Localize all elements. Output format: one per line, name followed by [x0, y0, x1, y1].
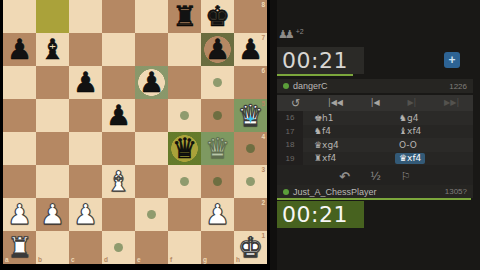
white-queen[interactable]: ♛ [201, 132, 234, 165]
square-g8[interactable]: ♚ [201, 0, 234, 33]
chess-board[interactable]: ♜♚8♟♝♟♟7♟♟6♟♛5♛♛4♝3♟♟♟♟2♜abcdefg♚h1 [3, 0, 267, 264]
square-d4[interactable] [102, 132, 135, 165]
black-move[interactable]: ♞g4 [388, 112, 473, 123]
player-time-bar [277, 198, 471, 200]
square-c3[interactable] [69, 165, 102, 198]
square-b3[interactable] [36, 165, 69, 198]
square-e6[interactable]: ♟ [135, 66, 168, 99]
player-name: Just_A_ChessPlayer [293, 187, 377, 197]
square-e4[interactable] [135, 132, 168, 165]
game-actions-bar: ↶ ½ ⚐ [277, 165, 473, 187]
plus-icon: + [448, 53, 455, 67]
last-move-highlight [36, 0, 69, 33]
black-pawn[interactable]: ♟ [135, 66, 168, 99]
square-b5[interactable] [36, 99, 69, 132]
square-b2[interactable]: ♟ [36, 198, 69, 231]
file-label: c [71, 256, 75, 263]
resign-flag-icon[interactable]: ⚐ [401, 171, 411, 182]
square-d5[interactable]: ♟ [102, 99, 135, 132]
file-label: h [236, 256, 240, 263]
square-g4[interactable]: ♛ [201, 132, 234, 165]
opponent-player-bar[interactable]: dangerC 1226 [277, 79, 473, 93]
white-move[interactable]: ♚h1 [303, 112, 388, 123]
square-f3[interactable] [168, 165, 201, 198]
square-h7[interactable]: ♟7 [234, 33, 267, 66]
player-bar[interactable]: Just_A_ChessPlayer 1305? [277, 185, 473, 198]
move-list: 16 ♚h1 ♞g4 17 ♞f4 ♝xf4 18 ♛xg4 O-O 19 ♜x… [277, 111, 473, 165]
move-number: 16 [277, 111, 303, 125]
online-dot [283, 83, 289, 89]
square-g1[interactable]: g [201, 231, 234, 264]
square-d8[interactable] [102, 0, 135, 33]
square-h2[interactable]: 2 [234, 198, 267, 231]
rank-label: 2 [261, 199, 265, 206]
move-row: 19 ♜xf4 ♛xf4 [277, 152, 473, 166]
online-dot [283, 189, 289, 195]
square-d2[interactable] [102, 198, 135, 231]
move-number: 19 [277, 152, 303, 166]
give-more-time-button[interactable]: + [444, 52, 460, 68]
opponent-clock-time: 00:21 [282, 48, 348, 73]
square-c1[interactable]: c [69, 231, 102, 264]
game-screen: ♜♚8♟♝♟♟7♟♟6♟♛5♛♛4♝3♟♟♟♟2♜abcdefg♚h1 ♟♟ +… [0, 0, 480, 270]
square-f4[interactable]: ♛ [168, 132, 201, 165]
white-pawn[interactable]: ♟ [201, 198, 234, 231]
square-c7[interactable] [69, 33, 102, 66]
square-b7[interactable]: ♝ [36, 33, 69, 66]
move-number: 18 [277, 138, 303, 152]
file-label: g [203, 256, 207, 263]
square-d1[interactable]: d [102, 231, 135, 264]
square-c2[interactable]: ♟ [69, 198, 102, 231]
square-e3[interactable] [135, 165, 168, 198]
square-a7[interactable]: ♟ [3, 33, 36, 66]
rank-label: 4 [261, 133, 265, 140]
square-e1[interactable]: e [135, 231, 168, 264]
next-move-icon[interactable]: ▶| [407, 99, 416, 107]
square-e7[interactable] [135, 33, 168, 66]
flip-board-icon[interactable]: ↺ [291, 98, 300, 109]
square-b4[interactable] [36, 132, 69, 165]
square-e8[interactable] [135, 0, 168, 33]
square-a4[interactable] [3, 132, 36, 165]
square-c6[interactable]: ♟ [69, 66, 102, 99]
player-clock-time: 00:21 [282, 202, 348, 227]
opponent-name: dangerC [293, 81, 328, 91]
square-b1[interactable]: b [36, 231, 69, 264]
sidebar: ♟♟ +2 00:21 + dangerC 1226 ↺ |◀◀ |◀ ▶| ▶… [270, 0, 480, 270]
opponent-clock: 00:21 [277, 47, 364, 74]
move-dest-dot [246, 177, 255, 186]
square-a8[interactable] [3, 0, 36, 33]
square-g3[interactable] [201, 165, 234, 198]
square-g2[interactable]: ♟ [201, 198, 234, 231]
square-h3[interactable]: 3 [234, 165, 267, 198]
square-h8[interactable]: 8 [234, 0, 267, 33]
move-dest-dot [180, 177, 189, 186]
square-d3[interactable]: ♝ [102, 165, 135, 198]
file-label: b [38, 256, 42, 263]
move-navigation-bar: ↺ |◀◀ |◀ ▶| ▶▶| [277, 95, 473, 111]
previous-move-icon[interactable]: |◀ [371, 99, 380, 107]
square-g5[interactable] [201, 99, 234, 132]
white-pawn[interactable]: ♟ [69, 198, 102, 231]
black-move[interactable]: ♝xf4 [388, 126, 473, 137]
black-pawn[interactable]: ♟ [3, 33, 36, 66]
rank-label: 3 [261, 166, 265, 173]
square-a3[interactable] [3, 165, 36, 198]
move-dest-dot [147, 210, 156, 219]
last-move-icon[interactable]: ▶▶| [444, 99, 459, 107]
black-rook[interactable]: ♜ [168, 0, 201, 33]
black-pawn[interactable]: ♟ [201, 33, 234, 66]
rank-label: 6 [261, 67, 265, 74]
rank-label: 8 [261, 1, 265, 8]
square-f7[interactable] [168, 33, 201, 66]
move-dest-dot [213, 78, 222, 87]
square-f1[interactable]: f [168, 231, 201, 264]
black-bishop[interactable]: ♝ [36, 33, 69, 66]
square-h5[interactable]: ♛5 [234, 99, 267, 132]
white-pawn[interactable]: ♟ [36, 198, 69, 231]
square-a2[interactable]: ♟ [3, 198, 36, 231]
move-row: 17 ♞f4 ♝xf4 [277, 125, 473, 139]
spectators-count: +2 [296, 28, 304, 35]
move-row: 18 ♛xg4 O-O [277, 138, 473, 152]
spectators-icon: ♟♟ [278, 28, 292, 41]
square-a6[interactable] [3, 66, 36, 99]
move-row: 16 ♚h1 ♞g4 [277, 111, 473, 125]
move-dest-dot [213, 111, 222, 120]
black-queen[interactable]: ♛ [168, 132, 201, 165]
black-move-current[interactable]: ♛xf4 [388, 153, 473, 164]
square-f6[interactable] [168, 66, 201, 99]
square-c5[interactable] [69, 99, 102, 132]
opponent-time-bar [277, 74, 353, 76]
file-label: e [137, 256, 141, 263]
black-pawn[interactable]: ♟ [69, 66, 102, 99]
black-king[interactable]: ♚ [201, 0, 234, 33]
move-dest-dot [246, 144, 255, 153]
square-f8[interactable]: ♜ [168, 0, 201, 33]
rank-label: 7 [261, 34, 265, 41]
opponent-rating: 1226 [449, 82, 467, 91]
spectators: ♟♟ +2 [278, 28, 304, 41]
file-label: f [170, 256, 172, 263]
square-c4[interactable] [69, 132, 102, 165]
square-e2[interactable] [135, 198, 168, 231]
white-move[interactable]: ♞f4 [303, 126, 388, 137]
square-a5[interactable] [3, 99, 36, 132]
square-a1[interactable]: ♜a [3, 231, 36, 264]
square-e5[interactable] [135, 99, 168, 132]
square-b8[interactable] [36, 0, 69, 33]
first-move-icon[interactable]: |◀◀ [328, 99, 343, 107]
offer-draw-icon[interactable]: ½ [370, 171, 381, 182]
file-label: d [104, 256, 108, 263]
panel-divider [270, 0, 277, 270]
file-label: a [5, 256, 9, 263]
white-move[interactable]: ♜xf4 [303, 153, 388, 164]
move-number: 17 [277, 125, 303, 139]
move-dest-dot [114, 243, 123, 252]
square-d6[interactable] [102, 66, 135, 99]
white-bishop[interactable]: ♝ [102, 165, 135, 198]
square-h1[interactable]: ♚h1 [234, 231, 267, 264]
square-b6[interactable] [36, 66, 69, 99]
square-d7[interactable] [102, 33, 135, 66]
square-c8[interactable] [69, 0, 102, 33]
white-move[interactable]: ♛xg4 [303, 139, 388, 150]
square-h6[interactable]: 6 [234, 66, 267, 99]
square-g7[interactable]: ♟ [201, 33, 234, 66]
black-pawn[interactable]: ♟ [102, 99, 135, 132]
rank-label: 1 [261, 232, 265, 239]
player-clock: 00:21 [277, 201, 364, 228]
player-rating: 1305? [445, 187, 467, 196]
square-f5[interactable] [168, 99, 201, 132]
square-h4[interactable]: 4 [234, 132, 267, 165]
white-pawn[interactable]: ♟ [3, 198, 36, 231]
move-dest-dot [213, 177, 222, 186]
square-f2[interactable] [168, 198, 201, 231]
takeback-icon[interactable]: ↶ [339, 170, 350, 183]
black-move[interactable]: O-O [388, 139, 473, 150]
square-g6[interactable] [201, 66, 234, 99]
move-dest-dot [180, 111, 189, 120]
